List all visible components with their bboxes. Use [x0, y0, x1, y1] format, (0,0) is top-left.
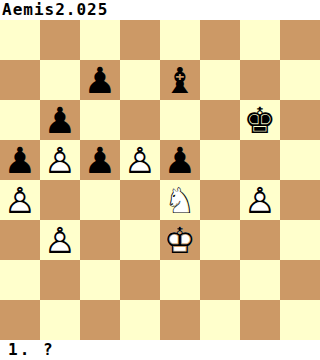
square-f6[interactable] [200, 100, 240, 140]
square-a8[interactable] [0, 20, 40, 60]
square-c8[interactable] [80, 20, 120, 60]
square-h4[interactable] [280, 180, 320, 220]
square-a5[interactable]: ♟ [0, 140, 40, 180]
square-e4[interactable]: ♞♘ [160, 180, 200, 220]
square-b3[interactable]: ♟♙ [40, 220, 80, 260]
white-knight-fill: ♞ [160, 180, 200, 220]
white-pawn-fill: ♟ [120, 140, 160, 180]
square-e8[interactable] [160, 20, 200, 60]
black-king: ♚ [240, 100, 280, 140]
square-g4[interactable]: ♟♙ [240, 180, 280, 220]
square-e5[interactable]: ♟ [160, 140, 200, 180]
black-pawn: ♟ [80, 60, 120, 100]
square-g8[interactable] [240, 20, 280, 60]
square-f7[interactable] [200, 60, 240, 100]
square-b6[interactable]: ♟ [40, 100, 80, 140]
square-b1[interactable] [40, 300, 80, 340]
square-a3[interactable] [0, 220, 40, 260]
black-pawn: ♟ [160, 140, 200, 180]
square-h5[interactable] [280, 140, 320, 180]
chess-board: ♟♝♟♚♟♟♙♟♟♙♟♟♙♞♘♟♙♟♙♚♔ [0, 20, 320, 340]
square-d2[interactable] [120, 260, 160, 300]
square-c3[interactable] [80, 220, 120, 260]
square-c7[interactable]: ♟ [80, 60, 120, 100]
square-c2[interactable] [80, 260, 120, 300]
square-a7[interactable] [0, 60, 40, 100]
square-f1[interactable] [200, 300, 240, 340]
square-b2[interactable] [40, 260, 80, 300]
square-h2[interactable] [280, 260, 320, 300]
square-e7[interactable]: ♝ [160, 60, 200, 100]
square-a2[interactable] [0, 260, 40, 300]
square-c4[interactable] [80, 180, 120, 220]
white-pawn: ♙ [0, 180, 40, 220]
square-f3[interactable] [200, 220, 240, 260]
square-f4[interactable] [200, 180, 240, 220]
move-prompt: 1. ? [0, 340, 320, 360]
black-pawn: ♟ [80, 140, 120, 180]
square-f5[interactable] [200, 140, 240, 180]
square-c6[interactable] [80, 100, 120, 140]
white-pawn: ♙ [120, 140, 160, 180]
square-g3[interactable] [240, 220, 280, 260]
white-pawn: ♙ [240, 180, 280, 220]
square-g5[interactable] [240, 140, 280, 180]
square-a1[interactable] [0, 300, 40, 340]
square-d1[interactable] [120, 300, 160, 340]
white-king-fill: ♚ [160, 220, 200, 260]
square-h3[interactable] [280, 220, 320, 260]
black-pawn: ♟ [0, 140, 40, 180]
square-e6[interactable] [160, 100, 200, 140]
square-e3[interactable]: ♚♔ [160, 220, 200, 260]
square-d8[interactable] [120, 20, 160, 60]
square-g1[interactable] [240, 300, 280, 340]
white-pawn: ♙ [40, 140, 80, 180]
square-c5[interactable]: ♟ [80, 140, 120, 180]
square-a6[interactable] [0, 100, 40, 140]
square-h6[interactable] [280, 100, 320, 140]
diagram-title: Aemis2.025 [0, 0, 320, 20]
square-d5[interactable]: ♟♙ [120, 140, 160, 180]
black-pawn: ♟ [40, 100, 80, 140]
white-pawn-fill: ♟ [40, 140, 80, 180]
square-a4[interactable]: ♟♙ [0, 180, 40, 220]
square-b4[interactable] [40, 180, 80, 220]
square-d4[interactable] [120, 180, 160, 220]
square-g6[interactable]: ♚ [240, 100, 280, 140]
square-b8[interactable] [40, 20, 80, 60]
square-f8[interactable] [200, 20, 240, 60]
white-pawn-fill: ♟ [40, 220, 80, 260]
square-e2[interactable] [160, 260, 200, 300]
black-bishop: ♝ [160, 60, 200, 100]
square-b7[interactable] [40, 60, 80, 100]
square-d3[interactable] [120, 220, 160, 260]
white-king: ♔ [160, 220, 200, 260]
white-knight: ♘ [160, 180, 200, 220]
square-f2[interactable] [200, 260, 240, 300]
square-d7[interactable] [120, 60, 160, 100]
square-d6[interactable] [120, 100, 160, 140]
square-e1[interactable] [160, 300, 200, 340]
square-g2[interactable] [240, 260, 280, 300]
square-c1[interactable] [80, 300, 120, 340]
square-h8[interactable] [280, 20, 320, 60]
square-h1[interactable] [280, 300, 320, 340]
square-g7[interactable] [240, 60, 280, 100]
square-h7[interactable] [280, 60, 320, 100]
white-pawn: ♙ [40, 220, 80, 260]
white-pawn-fill: ♟ [240, 180, 280, 220]
white-pawn-fill: ♟ [0, 180, 40, 220]
square-b5[interactable]: ♟♙ [40, 140, 80, 180]
